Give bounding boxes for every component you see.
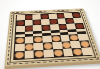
photo-scene: ●●●●●●●●●●●●●●●●●●●●●●●● xyxy=(0,0,100,69)
board-square xyxy=(81,47,93,55)
light-man: ● xyxy=(79,40,90,47)
light-man: ● xyxy=(24,43,34,51)
checkers-board: ●●●●●●●●●●●●●●●●●●●●●●●● xyxy=(4,8,100,66)
board-square: ● xyxy=(14,51,24,59)
board-frame: ●●●●●●●●●●●●●●●●●●●●●●●● xyxy=(4,8,100,66)
board-grid: ●●●●●●●●●●●●●●●●●●●●●●●● xyxy=(13,12,92,60)
board-square xyxy=(24,50,34,58)
light-man: ● xyxy=(14,50,24,58)
